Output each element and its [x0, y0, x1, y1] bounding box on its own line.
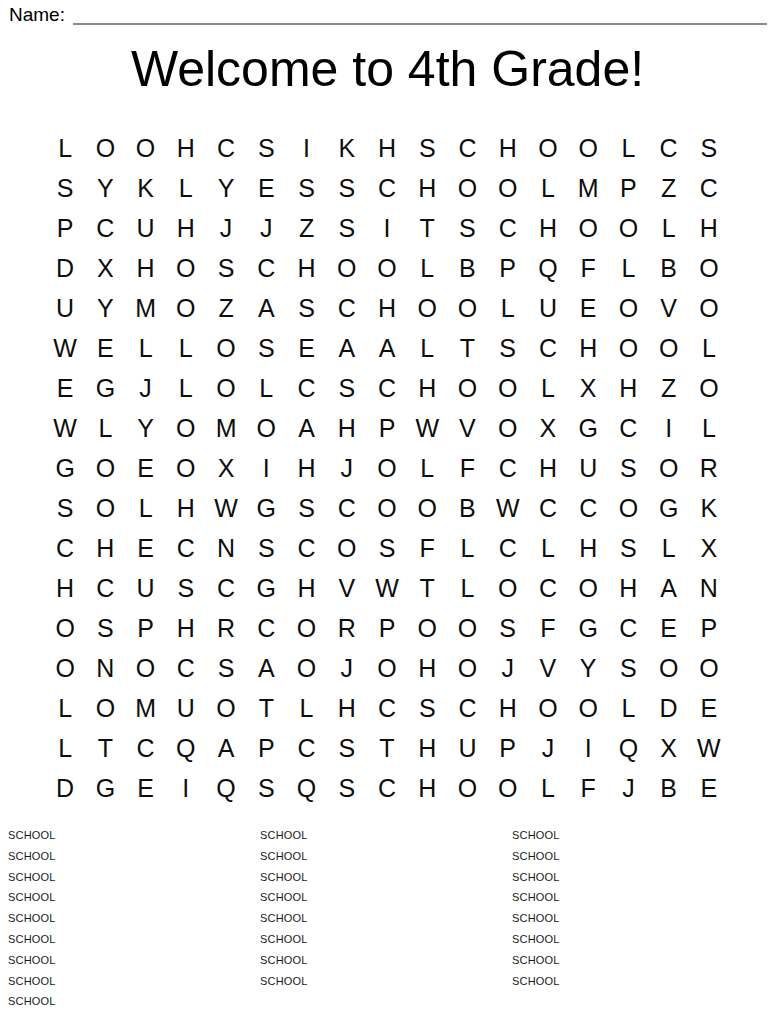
- grid-cell-r3c9[interactable]: I: [367, 208, 407, 248]
- grid-cell-r16c12[interactable]: P: [488, 728, 528, 768]
- grid-cell-r4c7[interactable]: H: [286, 248, 326, 288]
- grid-cell-r14c12[interactable]: J: [488, 648, 528, 688]
- grid-cell-r8c5[interactable]: M: [206, 408, 246, 448]
- grid-cell-r17c7[interactable]: Q: [286, 768, 326, 808]
- grid-cell-r17c11[interactable]: O: [447, 768, 487, 808]
- grid-cell-r17c12[interactable]: O: [488, 768, 528, 808]
- grid-cell-r2c11[interactable]: O: [447, 168, 487, 208]
- grid-cell-r3c8[interactable]: S: [327, 208, 367, 248]
- grid-cell-r12c4[interactable]: S: [166, 568, 206, 608]
- grid-cell-r5c9[interactable]: H: [367, 288, 407, 328]
- grid-cell-r5c4[interactable]: O: [166, 288, 206, 328]
- grid-cell-r13c9[interactable]: P: [367, 608, 407, 648]
- grid-cell-r17c8[interactable]: S: [327, 768, 367, 808]
- grid-cell-r5c16[interactable]: V: [649, 288, 689, 328]
- grid-cell-r16c17[interactable]: W: [689, 728, 729, 768]
- grid-cell-r14c16[interactable]: O: [649, 648, 689, 688]
- grid-cell-r6c2[interactable]: E: [85, 328, 125, 368]
- grid-cell-r7c6[interactable]: L: [246, 368, 286, 408]
- grid-cell-r4c14[interactable]: F: [568, 248, 608, 288]
- grid-cell-r15c7[interactable]: L: [286, 688, 326, 728]
- grid-cell-r16c3[interactable]: C: [125, 728, 165, 768]
- grid-cell-r8c16[interactable]: I: [649, 408, 689, 448]
- grid-cell-r6c3[interactable]: L: [125, 328, 165, 368]
- grid-cell-r11c3[interactable]: E: [125, 528, 165, 568]
- grid-cell-r7c10[interactable]: H: [407, 368, 447, 408]
- grid-cell-r8c2[interactable]: L: [85, 408, 125, 448]
- grid-cell-r12c5[interactable]: C: [206, 568, 246, 608]
- grid-cell-r11c16[interactable]: L: [649, 528, 689, 568]
- grid-cell-r10c5[interactable]: W: [206, 488, 246, 528]
- grid-cell-r16c4[interactable]: Q: [166, 728, 206, 768]
- grid-cell-r12c13[interactable]: C: [528, 568, 568, 608]
- grid-cell-r11c17[interactable]: X: [689, 528, 729, 568]
- grid-cell-r7c4[interactable]: L: [166, 368, 206, 408]
- grid-cell-r13c17[interactable]: P: [689, 608, 729, 648]
- grid-cell-r5c10[interactable]: O: [407, 288, 447, 328]
- grid-cell-r5c11[interactable]: O: [447, 288, 487, 328]
- grid-cell-r2c13[interactable]: L: [528, 168, 568, 208]
- grid-cell-r11c1[interactable]: C: [45, 528, 85, 568]
- grid-cell-r3c4[interactable]: H: [166, 208, 206, 248]
- grid-cell-r1c4[interactable]: H: [166, 128, 206, 168]
- grid-cell-r9c13[interactable]: H: [528, 448, 568, 488]
- grid-cell-r12c14[interactable]: O: [568, 568, 608, 608]
- grid-cell-r11c10[interactable]: F: [407, 528, 447, 568]
- grid-cell-r9c8[interactable]: J: [327, 448, 367, 488]
- grid-cell-r10c8[interactable]: C: [327, 488, 367, 528]
- grid-cell-r11c4[interactable]: C: [166, 528, 206, 568]
- grid-cell-r15c13[interactable]: O: [528, 688, 568, 728]
- grid-cell-r1c7[interactable]: I: [286, 128, 326, 168]
- grid-cell-r15c5[interactable]: O: [206, 688, 246, 728]
- grid-cell-r11c7[interactable]: C: [286, 528, 326, 568]
- grid-cell-r3c17[interactable]: H: [689, 208, 729, 248]
- grid-cell-r16c14[interactable]: I: [568, 728, 608, 768]
- grid-cell-r4c11[interactable]: B: [447, 248, 487, 288]
- grid-cell-r7c8[interactable]: S: [327, 368, 367, 408]
- grid-cell-r14c1[interactable]: O: [45, 648, 85, 688]
- grid-cell-r6c12[interactable]: S: [488, 328, 528, 368]
- grid-cell-r15c11[interactable]: C: [447, 688, 487, 728]
- grid-cell-r7c12[interactable]: O: [488, 368, 528, 408]
- grid-cell-r16c9[interactable]: T: [367, 728, 407, 768]
- grid-cell-r12c9[interactable]: W: [367, 568, 407, 608]
- grid-cell-r7c14[interactable]: X: [568, 368, 608, 408]
- grid-cell-r10c3[interactable]: L: [125, 488, 165, 528]
- grid-cell-r16c15[interactable]: Q: [608, 728, 648, 768]
- grid-cell-r5c3[interactable]: M: [125, 288, 165, 328]
- grid-cell-r3c13[interactable]: H: [528, 208, 568, 248]
- grid-cell-r16c7[interactable]: C: [286, 728, 326, 768]
- grid-cell-r14c11[interactable]: O: [447, 648, 487, 688]
- grid-cell-r1c13[interactable]: O: [528, 128, 568, 168]
- grid-cell-r15c16[interactable]: D: [649, 688, 689, 728]
- grid-cell-r6c16[interactable]: O: [649, 328, 689, 368]
- word-list-item: SCHOOL: [512, 908, 560, 929]
- word-list-column-2: SCHOOLSCHOOLSCHOOLSCHOOLSCHOOLSCHOOLSCHO…: [260, 825, 512, 991]
- grid-cell-r5c13[interactable]: U: [528, 288, 568, 328]
- grid-cell-r6c13[interactable]: C: [528, 328, 568, 368]
- grid-cell-r13c3[interactable]: P: [125, 608, 165, 648]
- grid-cell-r12c6[interactable]: G: [246, 568, 286, 608]
- grid-cell-r11c12[interactable]: C: [488, 528, 528, 568]
- grid-cell-r6c8[interactable]: A: [327, 328, 367, 368]
- grid-cell-r15c10[interactable]: S: [407, 688, 447, 728]
- grid-cell-r17c6[interactable]: S: [246, 768, 286, 808]
- grid-cell-r7c13[interactable]: L: [528, 368, 568, 408]
- word-list-item: SCHOOL: [512, 971, 560, 992]
- grid-cell-r9c16[interactable]: O: [649, 448, 689, 488]
- grid-cell-r7c17[interactable]: O: [689, 368, 729, 408]
- grid-cell-r8c12[interactable]: O: [488, 408, 528, 448]
- grid-cell-r8c3[interactable]: Y: [125, 408, 165, 448]
- grid-cell-r10c7[interactable]: S: [286, 488, 326, 528]
- grid-cell-r17c3[interactable]: E: [125, 768, 165, 808]
- grid-cell-r10c10[interactable]: O: [407, 488, 447, 528]
- grid-cell-r15c4[interactable]: U: [166, 688, 206, 728]
- grid-cell-r8c11[interactable]: V: [447, 408, 487, 448]
- grid-cell-r5c12[interactable]: L: [488, 288, 528, 328]
- grid-cell-r9c9[interactable]: O: [367, 448, 407, 488]
- grid-cell-r17c14[interactable]: F: [568, 768, 608, 808]
- grid-cell-r3c15[interactable]: O: [608, 208, 648, 248]
- grid-cell-r9c6[interactable]: I: [246, 448, 286, 488]
- grid-cell-r10c13[interactable]: C: [528, 488, 568, 528]
- grid-cell-r8c14[interactable]: G: [568, 408, 608, 448]
- grid-cell-r9c11[interactable]: F: [447, 448, 487, 488]
- grid-cell-r12c2[interactable]: C: [85, 568, 125, 608]
- grid-cell-r2c4[interactable]: L: [166, 168, 206, 208]
- grid-cell-r3c10[interactable]: T: [407, 208, 447, 248]
- grid-cell-r1c8[interactable]: K: [327, 128, 367, 168]
- grid-cell-r13c8[interactable]: R: [327, 608, 367, 648]
- grid-cell-r9c1[interactable]: G: [45, 448, 85, 488]
- grid-cell-r13c14[interactable]: G: [568, 608, 608, 648]
- grid-cell-r2c6[interactable]: E: [246, 168, 286, 208]
- grid-cell-r8c8[interactable]: H: [327, 408, 367, 448]
- grid-cell-r6c11[interactable]: T: [447, 328, 487, 368]
- grid-cell-r13c10[interactable]: O: [407, 608, 447, 648]
- grid-cell-r3c2[interactable]: C: [85, 208, 125, 248]
- grid-cell-r2c5[interactable]: Y: [206, 168, 246, 208]
- grid-cell-r13c5[interactable]: R: [206, 608, 246, 648]
- grid-cell-r1c3[interactable]: O: [125, 128, 165, 168]
- grid-cell-r11c15[interactable]: S: [608, 528, 648, 568]
- grid-cell-r1c11[interactable]: C: [447, 128, 487, 168]
- grid-cell-r16c1[interactable]: L: [45, 728, 85, 768]
- grid-cell-r17c15[interactable]: J: [608, 768, 648, 808]
- grid-cell-r7c5[interactable]: O: [206, 368, 246, 408]
- grid-cell-r11c6[interactable]: S: [246, 528, 286, 568]
- grid-cell-r1c10[interactable]: S: [407, 128, 447, 168]
- grid-cell-r14c2[interactable]: N: [85, 648, 125, 688]
- grid-cell-r14c5[interactable]: S: [206, 648, 246, 688]
- grid-cell-r4c15[interactable]: L: [608, 248, 648, 288]
- grid-cell-r15c6[interactable]: T: [246, 688, 286, 728]
- grid-cell-r3c6[interactable]: J: [246, 208, 286, 248]
- grid-cell-r9c10[interactable]: L: [407, 448, 447, 488]
- grid-cell-r6c17[interactable]: L: [689, 328, 729, 368]
- grid-cell-r1c15[interactable]: L: [608, 128, 648, 168]
- grid-cell-r5c17[interactable]: O: [689, 288, 729, 328]
- grid-cell-r17c17[interactable]: E: [689, 768, 729, 808]
- word-list-item: SCHOOL: [8, 929, 260, 950]
- grid-cell-r1c2[interactable]: O: [85, 128, 125, 168]
- grid-cell-r15c9[interactable]: C: [367, 688, 407, 728]
- grid-cell-r10c11[interactable]: B: [447, 488, 487, 528]
- grid-cell-r7c1[interactable]: E: [45, 368, 85, 408]
- grid-cell-r12c10[interactable]: T: [407, 568, 447, 608]
- grid-cell-r2c15[interactable]: P: [608, 168, 648, 208]
- grid-cell-r15c3[interactable]: M: [125, 688, 165, 728]
- grid-cell-r14c6[interactable]: A: [246, 648, 286, 688]
- grid-cell-r8c9[interactable]: P: [367, 408, 407, 448]
- grid-cell-r4c10[interactable]: L: [407, 248, 447, 288]
- grid-cell-r8c10[interactable]: W: [407, 408, 447, 448]
- grid-cell-r14c7[interactable]: O: [286, 648, 326, 688]
- grid-cell-r13c15[interactable]: C: [608, 608, 648, 648]
- grid-cell-r4c5[interactable]: S: [206, 248, 246, 288]
- grid-cell-r7c15[interactable]: H: [608, 368, 648, 408]
- grid-cell-r16c2[interactable]: T: [85, 728, 125, 768]
- grid-cell-r13c6[interactable]: C: [246, 608, 286, 648]
- grid-cell-r2c2[interactable]: Y: [85, 168, 125, 208]
- grid-cell-r2c16[interactable]: Z: [649, 168, 689, 208]
- grid-cell-r12c12[interactable]: O: [488, 568, 528, 608]
- grid-cell-r16c13[interactable]: J: [528, 728, 568, 768]
- grid-cell-r3c16[interactable]: L: [649, 208, 689, 248]
- grid-cell-r12c8[interactable]: V: [327, 568, 367, 608]
- grid-cell-r17c10[interactable]: H: [407, 768, 447, 808]
- grid-cell-r2c1[interactable]: S: [45, 168, 85, 208]
- grid-cell-r2c7[interactable]: S: [286, 168, 326, 208]
- grid-cell-r9c14[interactable]: U: [568, 448, 608, 488]
- grid-cell-r12c3[interactable]: U: [125, 568, 165, 608]
- grid-cell-r3c11[interactable]: S: [447, 208, 487, 248]
- grid-cell-r4c8[interactable]: O: [327, 248, 367, 288]
- grid-cell-r5c15[interactable]: O: [608, 288, 648, 328]
- grid-cell-r5c8[interactable]: C: [327, 288, 367, 328]
- page-title: Welcome to 4th Grade!: [0, 40, 775, 98]
- word-list-item: SCHOOL: [8, 950, 260, 971]
- grid-cell-r11c8[interactable]: O: [327, 528, 367, 568]
- grid-cell-r1c16[interactable]: C: [649, 128, 689, 168]
- grid-cell-r10c9[interactable]: O: [367, 488, 407, 528]
- grid-cell-r5c5[interactable]: Z: [206, 288, 246, 328]
- grid-cell-r2c10[interactable]: H: [407, 168, 447, 208]
- grid-cell-r12c17[interactable]: N: [689, 568, 729, 608]
- grid-cell-r14c17[interactable]: O: [689, 648, 729, 688]
- grid-cell-r6c14[interactable]: H: [568, 328, 608, 368]
- grid-cell-r16c16[interactable]: X: [649, 728, 689, 768]
- name-row: Name:: [9, 4, 767, 25]
- grid-cell-r15c2[interactable]: O: [85, 688, 125, 728]
- grid-cell-r3c5[interactable]: J: [206, 208, 246, 248]
- grid-cell-r7c16[interactable]: Z: [649, 368, 689, 408]
- grid-cell-r5c6[interactable]: A: [246, 288, 286, 328]
- grid-cell-r14c8[interactable]: J: [327, 648, 367, 688]
- grid-cell-r7c2[interactable]: G: [85, 368, 125, 408]
- grid-cell-r1c9[interactable]: H: [367, 128, 407, 168]
- grid-cell-r9c4[interactable]: O: [166, 448, 206, 488]
- grid-cell-r8c1[interactable]: W: [45, 408, 85, 448]
- grid-cell-r10c16[interactable]: G: [649, 488, 689, 528]
- grid-cell-r4c9[interactable]: O: [367, 248, 407, 288]
- grid-cell-r4c1[interactable]: D: [45, 248, 85, 288]
- grid-cell-r14c15[interactable]: S: [608, 648, 648, 688]
- grid-cell-r10c17[interactable]: K: [689, 488, 729, 528]
- grid-cell-r6c10[interactable]: L: [407, 328, 447, 368]
- grid-cell-r1c1[interactable]: L: [45, 128, 85, 168]
- grid-cell-r10c15[interactable]: O: [608, 488, 648, 528]
- grid-cell-r8c17[interactable]: L: [689, 408, 729, 448]
- grid-cell-r15c17[interactable]: E: [689, 688, 729, 728]
- grid-cell-r9c17[interactable]: R: [689, 448, 729, 488]
- grid-cell-r14c9[interactable]: O: [367, 648, 407, 688]
- grid-cell-r4c17[interactable]: O: [689, 248, 729, 288]
- grid-cell-r10c4[interactable]: H: [166, 488, 206, 528]
- grid-cell-r14c4[interactable]: C: [166, 648, 206, 688]
- word-list-item: SCHOOL: [512, 846, 560, 867]
- grid-cell-r10c2[interactable]: O: [85, 488, 125, 528]
- grid-cell-r13c2[interactable]: S: [85, 608, 125, 648]
- grid-cell-r6c1[interactable]: W: [45, 328, 85, 368]
- grid-cell-r17c1[interactable]: D: [45, 768, 85, 808]
- grid-cell-r10c6[interactable]: G: [246, 488, 286, 528]
- word-list-item: SCHOOL: [512, 929, 560, 950]
- grid-cell-r13c13[interactable]: F: [528, 608, 568, 648]
- grid-cell-r9c7[interactable]: H: [286, 448, 326, 488]
- grid-cell-r7c9[interactable]: C: [367, 368, 407, 408]
- grid-cell-r8c7[interactable]: A: [286, 408, 326, 448]
- grid-cell-r12c15[interactable]: H: [608, 568, 648, 608]
- grid-cell-r9c5[interactable]: X: [206, 448, 246, 488]
- grid-cell-r11c14[interactable]: H: [568, 528, 608, 568]
- grid-cell-r3c14[interactable]: O: [568, 208, 608, 248]
- grid-cell-r4c4[interactable]: O: [166, 248, 206, 288]
- grid-cell-r5c7[interactable]: S: [286, 288, 326, 328]
- grid-cell-r17c16[interactable]: B: [649, 768, 689, 808]
- grid-cell-r9c15[interactable]: S: [608, 448, 648, 488]
- grid-cell-r14c3[interactable]: O: [125, 648, 165, 688]
- grid-cell-r11c13[interactable]: L: [528, 528, 568, 568]
- grid-cell-r7c3[interactable]: J: [125, 368, 165, 408]
- grid-cell-r1c6[interactable]: S: [246, 128, 286, 168]
- grid-cell-r2c14[interactable]: M: [568, 168, 608, 208]
- grid-cell-r13c7[interactable]: O: [286, 608, 326, 648]
- grid-cell-r11c9[interactable]: S: [367, 528, 407, 568]
- grid-cell-r8c4[interactable]: O: [166, 408, 206, 448]
- grid-cell-r2c9[interactable]: C: [367, 168, 407, 208]
- grid-cell-r2c17[interactable]: C: [689, 168, 729, 208]
- grid-cell-r13c4[interactable]: H: [166, 608, 206, 648]
- grid-cell-r13c1[interactable]: O: [45, 608, 85, 648]
- grid-cell-r8c13[interactable]: X: [528, 408, 568, 448]
- grid-cell-r16c5[interactable]: A: [206, 728, 246, 768]
- grid-cell-r9c12[interactable]: C: [488, 448, 528, 488]
- grid-cell-r4c3[interactable]: H: [125, 248, 165, 288]
- grid-cell-r6c9[interactable]: A: [367, 328, 407, 368]
- grid-cell-r4c16[interactable]: B: [649, 248, 689, 288]
- grid-cell-r15c1[interactable]: L: [45, 688, 85, 728]
- grid-cell-r7c11[interactable]: O: [447, 368, 487, 408]
- grid-cell-r12c11[interactable]: L: [447, 568, 487, 608]
- grid-cell-r17c9[interactable]: C: [367, 768, 407, 808]
- grid-cell-r13c11[interactable]: O: [447, 608, 487, 648]
- grid-cell-r16c10[interactable]: H: [407, 728, 447, 768]
- grid-cell-r15c15[interactable]: L: [608, 688, 648, 728]
- grid-cell-r14c13[interactable]: V: [528, 648, 568, 688]
- grid-cell-r5c14[interactable]: E: [568, 288, 608, 328]
- grid-cell-r4c2[interactable]: X: [85, 248, 125, 288]
- grid-cell-r3c12[interactable]: C: [488, 208, 528, 248]
- grid-cell-r9c3[interactable]: E: [125, 448, 165, 488]
- grid-cell-r2c12[interactable]: O: [488, 168, 528, 208]
- grid-cell-r17c2[interactable]: G: [85, 768, 125, 808]
- grid-cell-r13c16[interactable]: E: [649, 608, 689, 648]
- grid-cell-r7c7[interactable]: C: [286, 368, 326, 408]
- grid-cell-r5c2[interactable]: Y: [85, 288, 125, 328]
- grid-cell-r3c7[interactable]: Z: [286, 208, 326, 248]
- grid-cell-r11c11[interactable]: L: [447, 528, 487, 568]
- grid-cell-r2c3[interactable]: K: [125, 168, 165, 208]
- grid-cell-r4c6[interactable]: C: [246, 248, 286, 288]
- grid-cell-r15c12[interactable]: H: [488, 688, 528, 728]
- grid-cell-r14c10[interactable]: H: [407, 648, 447, 688]
- grid-cell-r17c5[interactable]: Q: [206, 768, 246, 808]
- grid-cell-r2c8[interactable]: S: [327, 168, 367, 208]
- grid-cell-r9c2[interactable]: O: [85, 448, 125, 488]
- grid-cell-r3c1[interactable]: P: [45, 208, 85, 248]
- grid-cell-r1c5[interactable]: C: [206, 128, 246, 168]
- word-list-item: SCHOOL: [260, 867, 512, 888]
- grid-cell-r16c11[interactable]: U: [447, 728, 487, 768]
- grid-cell-r8c6[interactable]: O: [246, 408, 286, 448]
- grid-cell-r16c8[interactable]: S: [327, 728, 367, 768]
- grid-cell-r5c1[interactable]: U: [45, 288, 85, 328]
- grid-cell-r17c13[interactable]: L: [528, 768, 568, 808]
- grid-cell-r6c5[interactable]: O: [206, 328, 246, 368]
- grid-cell-r3c3[interactable]: U: [125, 208, 165, 248]
- grid-cell-r4c12[interactable]: P: [488, 248, 528, 288]
- grid-cell-r15c8[interactable]: H: [327, 688, 367, 728]
- grid-cell-r17c4[interactable]: I: [166, 768, 206, 808]
- grid-cell-r12c1[interactable]: H: [45, 568, 85, 608]
- grid-cell-r4c13[interactable]: Q: [528, 248, 568, 288]
- grid-cell-r6c6[interactable]: S: [246, 328, 286, 368]
- grid-cell-r10c1[interactable]: S: [45, 488, 85, 528]
- grid-cell-r12c16[interactable]: A: [649, 568, 689, 608]
- grid-cell-r11c5[interactable]: N: [206, 528, 246, 568]
- grid-cell-r14c14[interactable]: Y: [568, 648, 608, 688]
- grid-cell-r6c7[interactable]: E: [286, 328, 326, 368]
- grid-cell-r1c17[interactable]: S: [689, 128, 729, 168]
- grid-cell-r11c2[interactable]: H: [85, 528, 125, 568]
- grid-cell-r1c12[interactable]: H: [488, 128, 528, 168]
- grid-cell-r10c14[interactable]: C: [568, 488, 608, 528]
- word-list-item: SCHOOL: [260, 846, 512, 867]
- grid-cell-r1c14[interactable]: O: [568, 128, 608, 168]
- grid-cell-r13c12[interactable]: S: [488, 608, 528, 648]
- grid-cell-r6c15[interactable]: O: [608, 328, 648, 368]
- grid-cell-r6c4[interactable]: L: [166, 328, 206, 368]
- grid-cell-r15c14[interactable]: O: [568, 688, 608, 728]
- grid-cell-r8c15[interactable]: C: [608, 408, 648, 448]
- grid-cell-r12c7[interactable]: H: [286, 568, 326, 608]
- grid-cell-r16c6[interactable]: P: [246, 728, 286, 768]
- grid-cell-r10c12[interactable]: W: [488, 488, 528, 528]
